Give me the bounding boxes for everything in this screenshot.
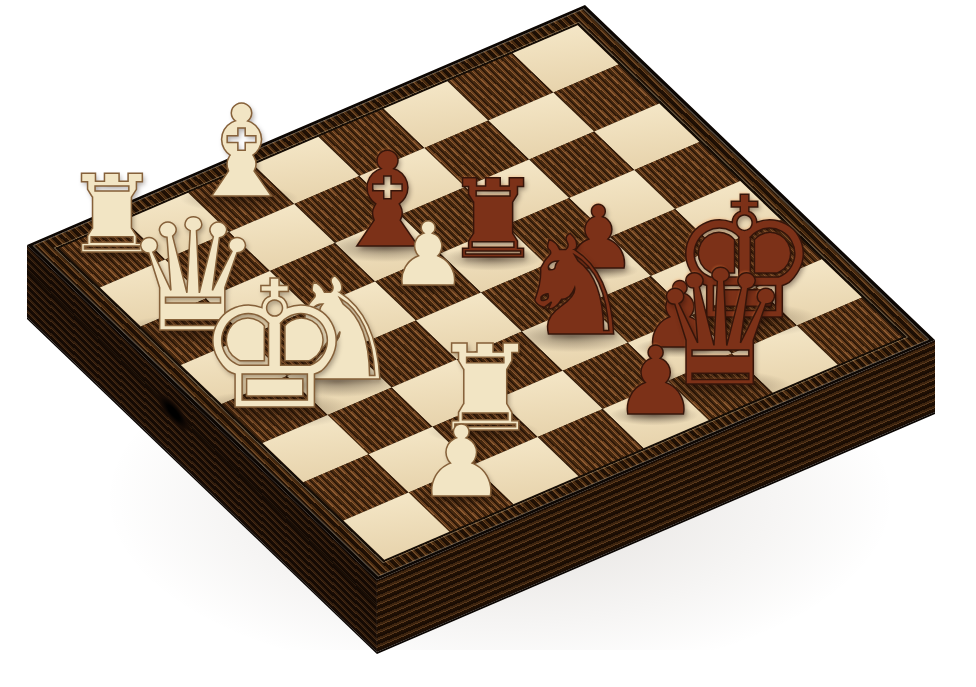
chess-box-photo: ♜♝♛♚♞♟♜♟♝♜♟♞♟♟♛♚ — [0, 0, 976, 687]
